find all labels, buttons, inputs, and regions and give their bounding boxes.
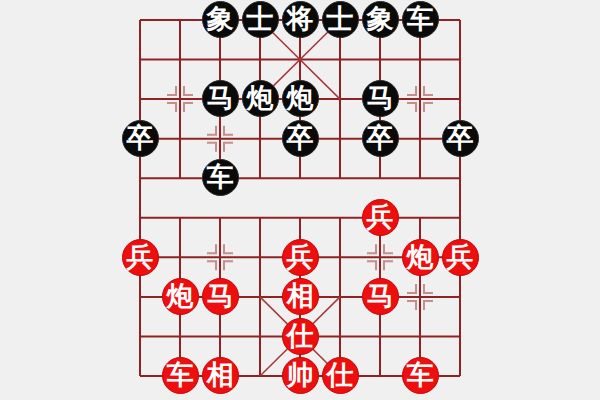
intersection: 车 xyxy=(400,356,440,396)
intersection: 士 xyxy=(240,0,280,40)
intersection xyxy=(400,119,440,159)
piece-red-soldier[interactable]: 兵 xyxy=(362,199,399,236)
intersection xyxy=(120,40,160,80)
intersection xyxy=(200,316,240,356)
intersection xyxy=(440,356,480,396)
intersection: 兵 xyxy=(280,237,320,277)
intersection xyxy=(360,237,400,277)
intersection: 象 xyxy=(200,0,240,40)
intersection: 将 xyxy=(280,0,320,40)
piece-grid: 象士将士象车马炮炮马卒卒卒卒车兵兵兵炮兵炮马相马仕车相帅仕车 xyxy=(120,0,480,396)
piece-black-elephant[interactable]: 象 xyxy=(362,1,399,38)
piece-red-cannon[interactable]: 炮 xyxy=(402,239,439,276)
intersection: 炮 xyxy=(400,237,440,277)
intersection: 卒 xyxy=(280,119,320,159)
intersection xyxy=(160,0,200,40)
intersection xyxy=(440,198,480,238)
intersection xyxy=(360,316,400,356)
intersection xyxy=(240,198,280,238)
piece-red-general[interactable]: 帅 xyxy=(282,357,319,394)
intersection: 炮 xyxy=(280,79,320,119)
intersection xyxy=(440,158,480,198)
intersection xyxy=(400,40,440,80)
intersection: 车 xyxy=(400,0,440,40)
piece-red-horse[interactable]: 马 xyxy=(202,278,239,315)
piece-black-horse[interactable]: 马 xyxy=(202,80,239,117)
intersection xyxy=(400,277,440,317)
intersection xyxy=(320,119,360,159)
piece-red-advisor[interactable]: 仕 xyxy=(282,318,319,355)
intersection xyxy=(120,277,160,317)
intersection: 马 xyxy=(200,79,240,119)
piece-red-elephant[interactable]: 相 xyxy=(282,278,319,315)
intersection: 马 xyxy=(200,277,240,317)
intersection xyxy=(120,316,160,356)
intersection: 仕 xyxy=(280,316,320,356)
piece-black-advisor[interactable]: 士 xyxy=(242,1,279,38)
intersection: 卒 xyxy=(360,119,400,159)
piece-red-advisor[interactable]: 仕 xyxy=(322,357,359,394)
intersection xyxy=(240,158,280,198)
intersection xyxy=(240,40,280,80)
piece-red-soldier[interactable]: 兵 xyxy=(122,239,159,276)
intersection xyxy=(120,356,160,396)
intersection xyxy=(160,158,200,198)
intersection xyxy=(160,79,200,119)
intersection xyxy=(200,198,240,238)
piece-black-soldier[interactable]: 卒 xyxy=(122,120,159,157)
intersection xyxy=(120,198,160,238)
intersection: 炮 xyxy=(240,79,280,119)
intersection xyxy=(160,316,200,356)
intersection xyxy=(160,40,200,80)
intersection xyxy=(240,277,280,317)
xiangqi-board: 象士将士象车马炮炮马卒卒卒卒车兵兵兵炮兵炮马相马仕车相帅仕车 xyxy=(0,0,600,400)
intersection xyxy=(320,198,360,238)
intersection xyxy=(400,79,440,119)
intersection: 象 xyxy=(360,0,400,40)
piece-black-general[interactable]: 将 xyxy=(282,1,319,38)
piece-black-chariot[interactable]: 车 xyxy=(202,159,239,196)
intersection xyxy=(320,158,360,198)
intersection xyxy=(120,158,160,198)
intersection: 仕 xyxy=(320,356,360,396)
intersection: 马 xyxy=(360,79,400,119)
intersection xyxy=(240,119,280,159)
piece-black-chariot[interactable]: 车 xyxy=(402,1,439,38)
piece-red-elephant[interactable]: 相 xyxy=(202,357,239,394)
intersection: 车 xyxy=(200,158,240,198)
intersection xyxy=(200,40,240,80)
piece-red-chariot[interactable]: 车 xyxy=(162,357,199,394)
intersection xyxy=(400,158,440,198)
intersection xyxy=(320,40,360,80)
intersection: 相 xyxy=(200,356,240,396)
intersection xyxy=(120,79,160,119)
piece-black-cannon[interactable]: 炮 xyxy=(242,80,279,117)
piece-black-horse[interactable]: 马 xyxy=(362,80,399,117)
intersection: 卒 xyxy=(120,119,160,159)
intersection xyxy=(160,198,200,238)
intersection xyxy=(320,237,360,277)
intersection xyxy=(360,158,400,198)
intersection xyxy=(320,277,360,317)
intersection xyxy=(400,316,440,356)
intersection xyxy=(320,316,360,356)
intersection xyxy=(200,237,240,277)
piece-black-elephant[interactable]: 象 xyxy=(202,1,239,38)
piece-red-soldier[interactable]: 兵 xyxy=(442,239,479,276)
intersection xyxy=(360,356,400,396)
intersection xyxy=(440,79,480,119)
intersection: 相 xyxy=(280,277,320,317)
piece-red-cannon[interactable]: 炮 xyxy=(162,278,199,315)
intersection: 炮 xyxy=(160,277,200,317)
intersection xyxy=(440,277,480,317)
intersection: 马 xyxy=(360,277,400,317)
intersection xyxy=(360,40,400,80)
intersection xyxy=(280,158,320,198)
piece-black-soldier[interactable]: 卒 xyxy=(442,120,479,157)
intersection: 兵 xyxy=(440,237,480,277)
intersection xyxy=(280,40,320,80)
intersection xyxy=(320,79,360,119)
intersection xyxy=(240,356,280,396)
piece-black-advisor[interactable]: 士 xyxy=(322,1,359,38)
piece-red-horse[interactable]: 马 xyxy=(362,278,399,315)
intersection xyxy=(440,40,480,80)
intersection: 兵 xyxy=(360,198,400,238)
intersection: 帅 xyxy=(280,356,320,396)
intersection xyxy=(240,316,280,356)
intersection xyxy=(440,316,480,356)
intersection: 卒 xyxy=(440,119,480,159)
intersection: 兵 xyxy=(120,237,160,277)
intersection xyxy=(120,0,160,40)
piece-black-soldier[interactable]: 卒 xyxy=(282,120,319,157)
intersection xyxy=(160,119,200,159)
intersection xyxy=(440,0,480,40)
piece-black-cannon[interactable]: 炮 xyxy=(282,80,319,117)
piece-red-chariot[interactable]: 车 xyxy=(402,357,439,394)
intersection: 士 xyxy=(320,0,360,40)
intersection xyxy=(200,119,240,159)
intersection xyxy=(280,198,320,238)
intersection xyxy=(160,237,200,277)
intersection: 车 xyxy=(160,356,200,396)
intersection xyxy=(240,237,280,277)
piece-black-soldier[interactable]: 卒 xyxy=(362,120,399,157)
intersection xyxy=(400,198,440,238)
piece-red-soldier[interactable]: 兵 xyxy=(282,239,319,276)
